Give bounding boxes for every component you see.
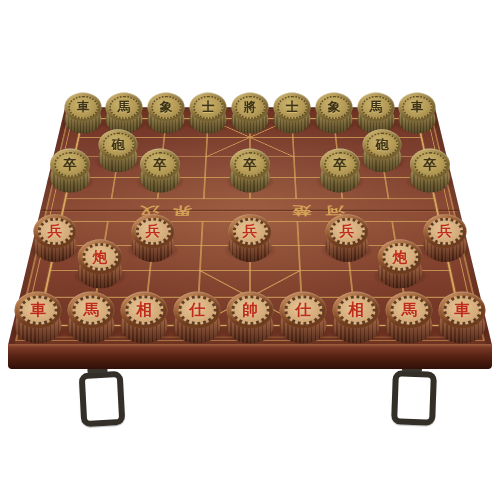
piece-black-soldier[interactable]: 卒: [50, 149, 90, 196]
piece-red-elephant[interactable]: 相: [332, 292, 379, 347]
piece-character: 卒: [50, 153, 90, 177]
product-photo-stage: 汉界楚河 車馬象士將士象馬車砲砲卒卒卒卒卒兵兵兵兵兵炮炮車馬相仕帥仕相馬車: [0, 0, 500, 500]
piece-black-chariot[interactable]: 車: [64, 92, 101, 135]
piece-character: 車: [399, 96, 436, 118]
piece-red-soldier[interactable]: 兵: [34, 215, 77, 265]
piece-character: 兵: [228, 219, 271, 245]
piece-character: 砲: [99, 133, 138, 157]
piece-black-soldier[interactable]: 卒: [230, 149, 270, 196]
piece-red-horse[interactable]: 馬: [385, 292, 432, 347]
piece-character: 相: [121, 297, 168, 325]
piece-red-soldier[interactable]: 兵: [423, 215, 466, 265]
piece-character: 兵: [131, 219, 174, 245]
piece-character: 象: [315, 96, 352, 118]
piece-black-elephant[interactable]: 象: [148, 92, 185, 135]
piece-character: 炮: [378, 244, 422, 271]
piece-black-advisor[interactable]: 士: [273, 92, 310, 135]
piece-character: 士: [190, 96, 227, 118]
piece-character: 帥: [226, 297, 273, 325]
piece-black-general[interactable]: 將: [231, 92, 268, 135]
piece-red-soldier[interactable]: 兵: [131, 215, 174, 265]
piece-black-soldier[interactable]: 卒: [410, 149, 450, 196]
piece-black-soldier[interactable]: 卒: [140, 149, 180, 196]
piece-character: 車: [438, 297, 485, 325]
piece-red-cannon[interactable]: 炮: [378, 239, 422, 291]
piece-character: 相: [332, 297, 379, 325]
piece-character: 砲: [362, 133, 401, 157]
piece-red-chariot[interactable]: 車: [15, 292, 62, 347]
piece-character: 馬: [106, 96, 143, 118]
piece-red-advisor[interactable]: 仕: [279, 292, 326, 347]
piece-red-advisor[interactable]: 仕: [174, 292, 221, 347]
piece-character: 車: [64, 96, 101, 118]
piece-red-general[interactable]: 帥: [226, 292, 273, 347]
piece-character: 象: [148, 96, 185, 118]
piece-character: 炮: [78, 244, 122, 271]
pieces-layer: 車馬象士將士象馬車砲砲卒卒卒卒卒兵兵兵兵兵炮炮車馬相仕帥仕相馬車: [0, 0, 500, 500]
piece-red-elephant[interactable]: 相: [121, 292, 168, 347]
piece-black-cannon[interactable]: 砲: [99, 129, 138, 175]
piece-character: 將: [231, 96, 268, 118]
piece-red-chariot[interactable]: 車: [438, 292, 485, 347]
piece-character: 仕: [174, 297, 221, 325]
piece-character: 車: [15, 297, 62, 325]
piece-character: 卒: [320, 153, 360, 177]
piece-character: 卒: [410, 153, 450, 177]
piece-black-chariot[interactable]: 車: [399, 92, 436, 135]
piece-character: 馬: [385, 297, 432, 325]
piece-black-advisor[interactable]: 士: [190, 92, 227, 135]
piece-red-cannon[interactable]: 炮: [78, 239, 122, 291]
piece-character: 馬: [357, 96, 394, 118]
piece-character: 兵: [423, 219, 466, 245]
piece-red-soldier[interactable]: 兵: [326, 215, 369, 265]
piece-character: 卒: [140, 153, 180, 177]
piece-red-soldier[interactable]: 兵: [228, 215, 271, 265]
piece-character: 卒: [230, 153, 270, 177]
piece-character: 士: [273, 96, 310, 118]
piece-black-soldier[interactable]: 卒: [320, 149, 360, 196]
piece-character: 兵: [34, 219, 77, 245]
piece-character: 兵: [326, 219, 369, 245]
piece-red-horse[interactable]: 馬: [68, 292, 115, 347]
piece-character: 馬: [68, 297, 115, 325]
piece-black-elephant[interactable]: 象: [315, 92, 352, 135]
piece-character: 仕: [279, 297, 326, 325]
piece-black-cannon[interactable]: 砲: [362, 129, 401, 175]
